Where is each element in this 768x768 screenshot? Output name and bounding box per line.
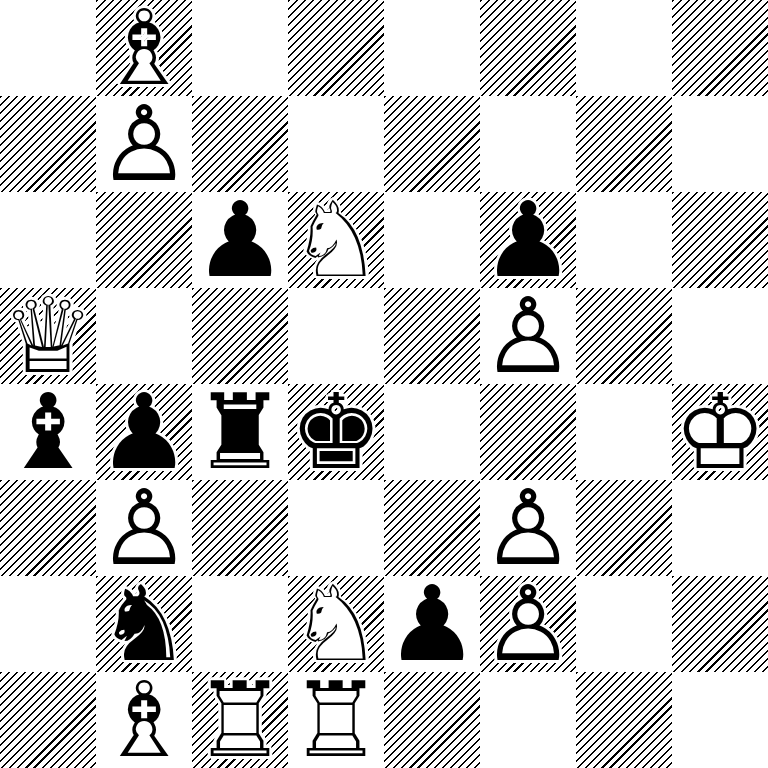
black-knight-piece[interactable]: ♞ xyxy=(96,576,192,672)
square-e8[interactable] xyxy=(384,0,480,96)
square-b2[interactable]: ♞♞ xyxy=(96,576,192,672)
white-queen-halo: ♛ xyxy=(0,288,96,384)
square-f6[interactable]: ♟♟ xyxy=(480,192,576,288)
white-pawn-halo: ♟ xyxy=(480,576,576,672)
square-d7[interactable] xyxy=(288,96,384,192)
square-h8[interactable] xyxy=(672,0,768,96)
square-b8[interactable]: ♝♗ xyxy=(96,0,192,96)
white-pawn-piece[interactable]: ♙ xyxy=(96,480,192,576)
square-h3[interactable] xyxy=(672,480,768,576)
square-g6[interactable] xyxy=(576,192,672,288)
black-bishop-piece[interactable]: ♝ xyxy=(0,384,96,480)
square-g4[interactable] xyxy=(576,384,672,480)
square-f7[interactable] xyxy=(480,96,576,192)
square-h4[interactable]: ♚♔ xyxy=(672,384,768,480)
square-d1[interactable]: ♜♖ xyxy=(288,672,384,768)
square-d2[interactable]: ♞♘ xyxy=(288,576,384,672)
square-e5[interactable] xyxy=(384,288,480,384)
square-g3[interactable] xyxy=(576,480,672,576)
white-pawn-piece[interactable]: ♙ xyxy=(480,576,576,672)
square-e3[interactable] xyxy=(384,480,480,576)
chess-board: ♝♗♟♙♟♟♞♘♟♟♛♕♟♙♝♝♟♟♜♜♚♚♚♔♟♙♟♙♞♞♞♘♟♟♟♙♝♗♜♖… xyxy=(0,0,768,768)
square-b3[interactable]: ♟♙ xyxy=(96,480,192,576)
square-h2[interactable] xyxy=(672,576,768,672)
square-f3[interactable]: ♟♙ xyxy=(480,480,576,576)
square-d4[interactable]: ♚♚ xyxy=(288,384,384,480)
black-king-piece[interactable]: ♚ xyxy=(288,384,384,480)
square-a8[interactable] xyxy=(0,0,96,96)
white-rook-halo: ♜ xyxy=(288,672,384,768)
square-a6[interactable] xyxy=(0,192,96,288)
white-pawn-halo: ♟ xyxy=(96,480,192,576)
square-a7[interactable] xyxy=(0,96,96,192)
black-pawn-piece[interactable]: ♟ xyxy=(96,384,192,480)
white-knight-piece[interactable]: ♘ xyxy=(288,192,384,288)
square-a1[interactable] xyxy=(0,672,96,768)
white-bishop-halo: ♝ xyxy=(96,672,192,768)
square-g1[interactable] xyxy=(576,672,672,768)
white-rook-halo: ♜ xyxy=(192,672,288,768)
black-rook-halo: ♜ xyxy=(192,384,288,480)
square-c2[interactable] xyxy=(192,576,288,672)
square-h6[interactable] xyxy=(672,192,768,288)
white-pawn-piece[interactable]: ♙ xyxy=(480,480,576,576)
square-b4[interactable]: ♟♟ xyxy=(96,384,192,480)
black-pawn-piece[interactable]: ♟ xyxy=(480,192,576,288)
square-c7[interactable] xyxy=(192,96,288,192)
square-f1[interactable] xyxy=(480,672,576,768)
square-f8[interactable] xyxy=(480,0,576,96)
square-e1[interactable] xyxy=(384,672,480,768)
white-bishop-halo: ♝ xyxy=(96,0,192,96)
square-h1[interactable] xyxy=(672,672,768,768)
square-c1[interactable]: ♜♖ xyxy=(192,672,288,768)
square-d6[interactable]: ♞♘ xyxy=(288,192,384,288)
square-c4[interactable]: ♜♜ xyxy=(192,384,288,480)
black-pawn-halo: ♟ xyxy=(384,576,480,672)
black-pawn-piece[interactable]: ♟ xyxy=(384,576,480,672)
white-pawn-halo: ♟ xyxy=(96,96,192,192)
black-pawn-halo: ♟ xyxy=(480,192,576,288)
black-king-halo: ♚ xyxy=(288,384,384,480)
square-g8[interactable] xyxy=(576,0,672,96)
square-g5[interactable] xyxy=(576,288,672,384)
square-e7[interactable] xyxy=(384,96,480,192)
black-pawn-halo: ♟ xyxy=(96,384,192,480)
square-b5[interactable] xyxy=(96,288,192,384)
white-king-halo: ♚ xyxy=(672,384,768,480)
white-pawn-halo: ♟ xyxy=(480,480,576,576)
white-knight-halo: ♞ xyxy=(288,192,384,288)
black-pawn-piece[interactable]: ♟ xyxy=(192,192,288,288)
white-pawn-halo: ♟ xyxy=(480,288,576,384)
white-rook-piece[interactable]: ♖ xyxy=(288,672,384,768)
white-bishop-piece[interactable]: ♗ xyxy=(96,0,192,96)
square-d3[interactable] xyxy=(288,480,384,576)
white-pawn-piece[interactable]: ♙ xyxy=(480,288,576,384)
square-f5[interactable]: ♟♙ xyxy=(480,288,576,384)
square-h5[interactable] xyxy=(672,288,768,384)
white-queen-piece[interactable]: ♕ xyxy=(0,288,96,384)
black-bishop-halo: ♝ xyxy=(0,384,96,480)
square-c3[interactable] xyxy=(192,480,288,576)
black-rook-piece[interactable]: ♜ xyxy=(192,384,288,480)
square-f2[interactable]: ♟♙ xyxy=(480,576,576,672)
square-a5[interactable]: ♛♕ xyxy=(0,288,96,384)
black-knight-halo: ♞ xyxy=(96,576,192,672)
square-b1[interactable]: ♝♗ xyxy=(96,672,192,768)
square-e2[interactable]: ♟♟ xyxy=(384,576,480,672)
square-a2[interactable] xyxy=(0,576,96,672)
square-c5[interactable] xyxy=(192,288,288,384)
white-bishop-piece[interactable]: ♗ xyxy=(96,672,192,768)
square-e6[interactable] xyxy=(384,192,480,288)
square-b6[interactable] xyxy=(96,192,192,288)
square-c6[interactable]: ♟♟ xyxy=(192,192,288,288)
white-rook-piece[interactable]: ♖ xyxy=(192,672,288,768)
square-a4[interactable]: ♝♝ xyxy=(0,384,96,480)
square-g2[interactable] xyxy=(576,576,672,672)
square-e4[interactable] xyxy=(384,384,480,480)
black-pawn-halo: ♟ xyxy=(192,192,288,288)
square-d8[interactable] xyxy=(288,0,384,96)
square-f4[interactable] xyxy=(480,384,576,480)
square-c8[interactable] xyxy=(192,0,288,96)
square-h7[interactable] xyxy=(672,96,768,192)
white-knight-piece[interactable]: ♘ xyxy=(288,576,384,672)
square-b7[interactable]: ♟♙ xyxy=(96,96,192,192)
white-king-piece[interactable]: ♔ xyxy=(672,384,768,480)
white-pawn-piece[interactable]: ♙ xyxy=(96,96,192,192)
square-d5[interactable] xyxy=(288,288,384,384)
white-knight-halo: ♞ xyxy=(288,576,384,672)
square-g7[interactable] xyxy=(576,96,672,192)
square-a3[interactable] xyxy=(0,480,96,576)
